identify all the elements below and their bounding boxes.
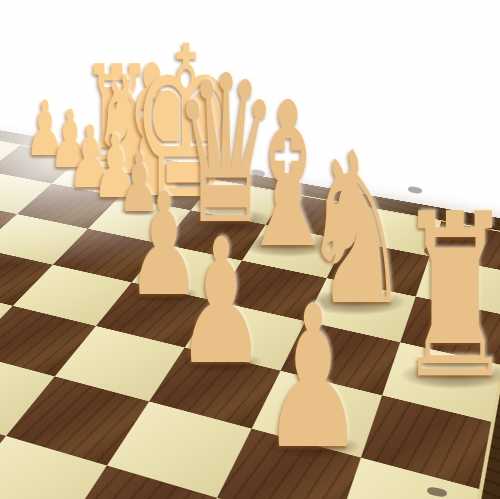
piece-white-pawn-8[interactable]: ♟ bbox=[262, 304, 364, 452]
piece-layer: ♟♟♜♞♟♝♚♟♟♛♝♟♞♟♜♟ bbox=[0, 0, 500, 499]
piece-white-rook-2[interactable]: ♜ bbox=[396, 212, 500, 382]
piece-white-pawn-7[interactable]: ♟ bbox=[176, 238, 266, 368]
photo-scene: ♟♟♜♞♟♝♚♟♟♛♝♟♞♟♜♟ bbox=[0, 0, 500, 499]
